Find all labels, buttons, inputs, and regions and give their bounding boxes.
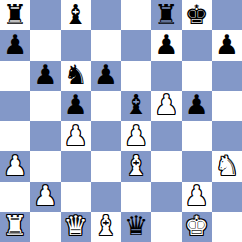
square-h1[interactable] (212, 212, 242, 242)
piece-black-king[interactable]: ♚ (185, 1, 209, 28)
square-c4[interactable]: ♟ (61, 121, 91, 151)
square-g4[interactable] (182, 121, 212, 151)
piece-white-queen[interactable]: ♛ (64, 212, 88, 239)
piece-black-pawn[interactable]: ♟ (64, 91, 88, 118)
square-a2[interactable] (0, 182, 30, 212)
square-b4[interactable] (30, 121, 60, 151)
square-e4[interactable]: ♟ (121, 121, 151, 151)
square-h7[interactable]: ♟ (212, 30, 242, 60)
square-a5[interactable] (0, 91, 30, 121)
piece-black-bishop[interactable]: ♝ (64, 1, 88, 28)
piece-white-king[interactable]: ♚ (185, 212, 209, 239)
square-b2[interactable]: ♟ (30, 182, 60, 212)
square-f7[interactable]: ♟ (151, 30, 181, 60)
square-c6[interactable]: ♞ (61, 61, 91, 91)
square-c2[interactable] (61, 182, 91, 212)
piece-white-pawn[interactable]: ♟ (185, 182, 209, 209)
piece-black-pawn[interactable]: ♟ (33, 61, 57, 88)
square-f5[interactable]: ♟ (151, 91, 181, 121)
square-b5[interactable] (30, 91, 60, 121)
square-a8[interactable]: ♜ (0, 0, 30, 30)
piece-black-pawn[interactable]: ♟ (3, 31, 27, 58)
square-g3[interactable] (182, 151, 212, 181)
square-d5[interactable] (91, 91, 121, 121)
piece-black-knight[interactable]: ♞ (64, 61, 88, 88)
square-g7[interactable] (182, 30, 212, 60)
piece-white-pawn[interactable]: ♟ (154, 91, 178, 118)
square-a6[interactable] (0, 61, 30, 91)
square-e1[interactable]: ♛ (121, 212, 151, 242)
piece-black-queen[interactable]: ♛ (124, 212, 148, 239)
square-c7[interactable] (61, 30, 91, 60)
piece-white-pawn[interactable]: ♟ (33, 182, 57, 209)
piece-black-pawn[interactable]: ♟ (215, 31, 239, 58)
square-g8[interactable]: ♚ (182, 0, 212, 30)
square-d8[interactable] (91, 0, 121, 30)
piece-black-bishop[interactable]: ♝ (124, 91, 148, 118)
square-f1[interactable] (151, 212, 181, 242)
square-h5[interactable] (212, 91, 242, 121)
square-g5[interactable]: ♟ (182, 91, 212, 121)
square-f8[interactable]: ♜ (151, 0, 181, 30)
square-g6[interactable] (182, 61, 212, 91)
square-f4[interactable] (151, 121, 181, 151)
chess-board: ♜♝♜♚♟♟♟♟♞♟♟♝♟♟♟♟♟♝♞♟♟♜♛♝♛♚ (0, 0, 242, 242)
square-a4[interactable] (0, 121, 30, 151)
piece-white-rook[interactable]: ♜ (3, 212, 27, 239)
piece-white-pawn[interactable]: ♟ (64, 122, 88, 149)
square-h8[interactable] (212, 0, 242, 30)
square-d7[interactable] (91, 30, 121, 60)
square-c8[interactable]: ♝ (61, 0, 91, 30)
square-c5[interactable]: ♟ (61, 91, 91, 121)
square-h4[interactable] (212, 121, 242, 151)
square-c1[interactable]: ♛ (61, 212, 91, 242)
square-g1[interactable]: ♚ (182, 212, 212, 242)
square-d4[interactable] (91, 121, 121, 151)
piece-white-bishop[interactable]: ♝ (124, 152, 148, 179)
piece-white-pawn[interactable]: ♟ (124, 122, 148, 149)
square-h2[interactable] (212, 182, 242, 212)
square-b3[interactable] (30, 151, 60, 181)
piece-black-rook[interactable]: ♜ (154, 1, 178, 28)
square-d3[interactable] (91, 151, 121, 181)
square-a7[interactable]: ♟ (0, 30, 30, 60)
square-d1[interactable]: ♝ (91, 212, 121, 242)
piece-white-pawn[interactable]: ♟ (3, 152, 27, 179)
square-e2[interactable] (121, 182, 151, 212)
piece-black-pawn[interactable]: ♟ (185, 91, 209, 118)
square-e7[interactable] (121, 30, 151, 60)
square-b7[interactable] (30, 30, 60, 60)
square-b1[interactable] (30, 212, 60, 242)
square-b6[interactable]: ♟ (30, 61, 60, 91)
square-f2[interactable] (151, 182, 181, 212)
piece-white-bishop[interactable]: ♝ (94, 212, 118, 239)
square-f3[interactable] (151, 151, 181, 181)
piece-black-pawn[interactable]: ♟ (94, 61, 118, 88)
piece-black-pawn[interactable]: ♟ (154, 31, 178, 58)
square-a3[interactable]: ♟ (0, 151, 30, 181)
piece-black-rook[interactable]: ♜ (3, 1, 27, 28)
square-f6[interactable] (151, 61, 181, 91)
square-e3[interactable]: ♝ (121, 151, 151, 181)
piece-white-knight[interactable]: ♞ (215, 152, 239, 179)
square-d6[interactable]: ♟ (91, 61, 121, 91)
square-g2[interactable]: ♟ (182, 182, 212, 212)
square-h3[interactable]: ♞ (212, 151, 242, 181)
square-c3[interactable] (61, 151, 91, 181)
square-h6[interactable] (212, 61, 242, 91)
square-e5[interactable]: ♝ (121, 91, 151, 121)
square-d2[interactable] (91, 182, 121, 212)
square-a1[interactable]: ♜ (0, 212, 30, 242)
square-e8[interactable] (121, 0, 151, 30)
square-e6[interactable] (121, 61, 151, 91)
square-b8[interactable] (30, 0, 60, 30)
